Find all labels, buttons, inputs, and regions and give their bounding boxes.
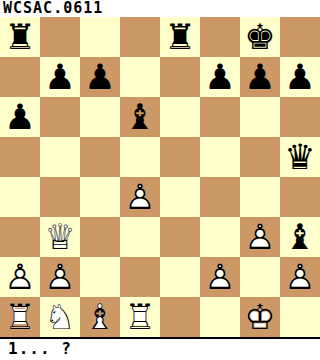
square-f7[interactable]: ♟ — [200, 57, 240, 97]
square-g8[interactable]: ♚ — [240, 17, 280, 57]
piece-white-pawn[interactable]: ♟♙ — [280, 257, 320, 297]
white-piece-outline: ♙ — [200, 257, 240, 297]
square-b2[interactable]: ♟♙ — [40, 257, 80, 297]
square-e4[interactable] — [160, 177, 200, 217]
page-title: WCSAC.0611 — [0, 0, 320, 17]
white-piece-outline: ♗ — [80, 297, 120, 337]
square-h8[interactable] — [280, 17, 320, 57]
square-h1[interactable] — [280, 297, 320, 337]
piece-black-rook[interactable]: ♜ — [0, 17, 40, 57]
square-a6[interactable]: ♟ — [0, 97, 40, 137]
square-c1[interactable]: ♝♗ — [80, 297, 120, 337]
chess-board: ♜♜♚♟♟♟♟♟♟♝♛♟♙♛♕♟♙♝♟♙♟♙♟♙♟♙♜♖♞♘♝♗♜♖♚♔ — [0, 17, 320, 339]
square-g5[interactable] — [240, 137, 280, 177]
white-piece-outline: ♖ — [120, 297, 160, 337]
square-h6[interactable] — [280, 97, 320, 137]
square-a8[interactable]: ♜ — [0, 17, 40, 57]
white-piece-outline: ♙ — [40, 257, 80, 297]
square-f4[interactable] — [200, 177, 240, 217]
square-c4[interactable] — [80, 177, 120, 217]
square-c7[interactable]: ♟ — [80, 57, 120, 97]
piece-white-knight[interactable]: ♞♘ — [40, 297, 80, 337]
square-c8[interactable] — [80, 17, 120, 57]
square-c2[interactable] — [80, 257, 120, 297]
chess-diagram-page: WCSAC.0611 ♜♜♚♟♟♟♟♟♟♝♛♟♙♛♕♟♙♝♟♙♟♙♟♙♟♙♜♖♞… — [0, 0, 320, 360]
move-prompt: 1... ? — [0, 339, 320, 360]
square-h4[interactable] — [280, 177, 320, 217]
piece-white-pawn[interactable]: ♟♙ — [200, 257, 240, 297]
square-g4[interactable] — [240, 177, 280, 217]
square-e8[interactable]: ♜ — [160, 17, 200, 57]
square-a2[interactable]: ♟♙ — [0, 257, 40, 297]
white-piece-outline: ♙ — [0, 257, 40, 297]
piece-black-pawn[interactable]: ♟ — [280, 57, 320, 97]
square-e7[interactable] — [160, 57, 200, 97]
piece-white-pawn[interactable]: ♟♙ — [40, 257, 80, 297]
piece-white-queen[interactable]: ♛♕ — [40, 217, 80, 257]
square-b1[interactable]: ♞♘ — [40, 297, 80, 337]
piece-black-pawn[interactable]: ♟ — [80, 57, 120, 97]
square-h2[interactable]: ♟♙ — [280, 257, 320, 297]
square-a3[interactable] — [0, 217, 40, 257]
piece-black-pawn[interactable]: ♟ — [40, 57, 80, 97]
white-piece-outline: ♙ — [280, 257, 320, 297]
square-a1[interactable]: ♜♖ — [0, 297, 40, 337]
square-f6[interactable] — [200, 97, 240, 137]
square-b7[interactable]: ♟ — [40, 57, 80, 97]
piece-white-rook[interactable]: ♜♖ — [120, 297, 160, 337]
square-d7[interactable] — [120, 57, 160, 97]
piece-black-pawn[interactable]: ♟ — [200, 57, 240, 97]
square-h7[interactable]: ♟ — [280, 57, 320, 97]
square-g6[interactable] — [240, 97, 280, 137]
square-b3[interactable]: ♛♕ — [40, 217, 80, 257]
piece-white-pawn[interactable]: ♟♙ — [240, 217, 280, 257]
white-piece-outline: ♙ — [240, 217, 280, 257]
square-d2[interactable] — [120, 257, 160, 297]
piece-white-pawn[interactable]: ♟♙ — [120, 177, 160, 217]
square-d8[interactable] — [120, 17, 160, 57]
square-g7[interactable]: ♟ — [240, 57, 280, 97]
piece-white-bishop[interactable]: ♝♗ — [80, 297, 120, 337]
square-b6[interactable] — [40, 97, 80, 137]
square-a5[interactable] — [0, 137, 40, 177]
square-g3[interactable]: ♟♙ — [240, 217, 280, 257]
square-h5[interactable]: ♛ — [280, 137, 320, 177]
piece-black-pawn[interactable]: ♟ — [240, 57, 280, 97]
white-piece-outline: ♙ — [120, 177, 160, 217]
square-b5[interactable] — [40, 137, 80, 177]
square-f2[interactable]: ♟♙ — [200, 257, 240, 297]
piece-black-king[interactable]: ♚ — [240, 17, 280, 57]
piece-black-rook[interactable]: ♜ — [160, 17, 200, 57]
square-f3[interactable] — [200, 217, 240, 257]
white-piece-outline: ♕ — [40, 217, 80, 257]
square-f5[interactable] — [200, 137, 240, 177]
white-piece-outline: ♖ — [0, 297, 40, 337]
square-h3[interactable]: ♝ — [280, 217, 320, 257]
square-a7[interactable] — [0, 57, 40, 97]
white-piece-outline: ♘ — [40, 297, 80, 337]
square-e6[interactable] — [160, 97, 200, 137]
square-f8[interactable] — [200, 17, 240, 57]
square-g2[interactable] — [240, 257, 280, 297]
piece-black-queen[interactable]: ♛ — [280, 137, 320, 177]
square-e5[interactable] — [160, 137, 200, 177]
square-d1[interactable]: ♜♖ — [120, 297, 160, 337]
piece-black-bishop[interactable]: ♝ — [120, 97, 160, 137]
square-g1[interactable]: ♚♔ — [240, 297, 280, 337]
square-b8[interactable] — [40, 17, 80, 57]
square-c5[interactable] — [80, 137, 120, 177]
square-e1[interactable] — [160, 297, 200, 337]
piece-black-pawn[interactable]: ♟ — [0, 97, 40, 137]
white-piece-outline: ♔ — [240, 297, 280, 337]
square-f1[interactable] — [200, 297, 240, 337]
square-e3[interactable] — [160, 217, 200, 257]
piece-black-bishop[interactable]: ♝ — [280, 217, 320, 257]
square-d3[interactable] — [120, 217, 160, 257]
square-c6[interactable] — [80, 97, 120, 137]
square-c3[interactable] — [80, 217, 120, 257]
square-e2[interactable] — [160, 257, 200, 297]
square-d5[interactable] — [120, 137, 160, 177]
piece-white-rook[interactable]: ♜♖ — [0, 297, 40, 337]
square-d4[interactable]: ♟♙ — [120, 177, 160, 217]
square-b4[interactable] — [40, 177, 80, 217]
square-a4[interactable] — [0, 177, 40, 217]
piece-white-pawn[interactable]: ♟♙ — [0, 257, 40, 297]
square-d6[interactable]: ♝ — [120, 97, 160, 137]
piece-white-king[interactable]: ♚♔ — [240, 297, 280, 337]
